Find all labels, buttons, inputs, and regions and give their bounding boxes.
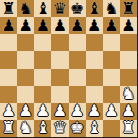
square-b4[interactable]	[17, 69, 34, 86]
square-e7[interactable]: ♟	[69, 17, 86, 34]
square-c5[interactable]	[34, 51, 51, 68]
square-a3[interactable]	[0, 86, 17, 103]
piece-white-pawn[interactable]: ♟	[53, 103, 67, 119]
square-a1[interactable]: ♜	[0, 120, 17, 137]
square-b8[interactable]: ♞	[17, 0, 34, 17]
piece-black-pawn[interactable]: ♟	[104, 18, 118, 34]
piece-white-pawn[interactable]: ♟	[1, 103, 15, 119]
piece-white-pawn[interactable]: ♟	[121, 103, 135, 119]
piece-black-rook[interactable]: ♜	[1, 1, 15, 17]
square-c8[interactable]: ♝	[34, 0, 51, 17]
square-c2[interactable]: ♟	[34, 103, 51, 120]
square-d5[interactable]	[51, 51, 68, 68]
piece-black-pawn[interactable]: ♟	[87, 18, 101, 34]
square-d6[interactable]	[51, 34, 68, 51]
square-h2[interactable]: ♟	[120, 103, 137, 120]
piece-black-pawn[interactable]: ♟	[70, 18, 84, 34]
square-b2[interactable]: ♟	[17, 103, 34, 120]
piece-black-pawn[interactable]: ♟	[53, 18, 67, 34]
square-f1[interactable]: ♝	[86, 120, 103, 137]
piece-white-rook[interactable]: ♜	[121, 120, 135, 136]
square-g5[interactable]	[103, 51, 120, 68]
square-d3[interactable]	[51, 86, 68, 103]
square-g6[interactable]	[103, 34, 120, 51]
square-a6[interactable]	[0, 34, 17, 51]
chess-board: ♜♞♝♛♚♝♞♜♟♟♟♟♟♟♟♟♞♟♟♟♟♟♟♟♟♜♞♝♛♚♝♜	[0, 0, 138, 138]
piece-white-bishop[interactable]: ♝	[87, 120, 101, 136]
piece-white-pawn[interactable]: ♟	[36, 103, 50, 119]
square-d8[interactable]: ♛	[51, 0, 68, 17]
piece-black-bishop[interactable]: ♝	[87, 1, 101, 17]
piece-black-pawn[interactable]: ♟	[19, 18, 33, 34]
square-d4[interactable]	[51, 69, 68, 86]
square-a2[interactable]: ♟	[0, 103, 17, 120]
square-f8[interactable]: ♝	[86, 0, 103, 17]
square-a5[interactable]	[0, 51, 17, 68]
square-f2[interactable]: ♟	[86, 103, 103, 120]
square-f5[interactable]	[86, 51, 103, 68]
square-h5[interactable]	[120, 51, 137, 68]
square-g3[interactable]	[103, 86, 120, 103]
piece-black-knight[interactable]: ♞	[104, 1, 118, 17]
piece-black-queen[interactable]: ♛	[53, 1, 67, 17]
piece-black-knight[interactable]: ♞	[19, 1, 33, 17]
piece-black-rook[interactable]: ♜	[121, 1, 135, 17]
square-h8[interactable]: ♜	[120, 0, 137, 17]
piece-white-pawn[interactable]: ♟	[104, 103, 118, 119]
square-b1[interactable]: ♞	[17, 120, 34, 137]
square-d7[interactable]: ♟	[51, 17, 68, 34]
piece-white-pawn[interactable]: ♟	[70, 103, 84, 119]
square-h3[interactable]: ♞	[120, 86, 137, 103]
piece-white-bishop[interactable]: ♝	[36, 120, 50, 136]
square-c6[interactable]	[34, 34, 51, 51]
square-b7[interactable]: ♟	[17, 17, 34, 34]
square-e1[interactable]: ♚	[69, 120, 86, 137]
square-e4[interactable]	[69, 69, 86, 86]
piece-black-king[interactable]: ♚	[70, 1, 84, 17]
square-c7[interactable]: ♟	[34, 17, 51, 34]
piece-black-pawn[interactable]: ♟	[1, 18, 15, 34]
square-g8[interactable]: ♞	[103, 0, 120, 17]
piece-white-knight[interactable]: ♞	[121, 86, 135, 102]
square-e3[interactable]	[69, 86, 86, 103]
square-h1[interactable]: ♜	[120, 120, 137, 137]
square-b6[interactable]	[17, 34, 34, 51]
square-c1[interactable]: ♝	[34, 120, 51, 137]
square-e5[interactable]	[69, 51, 86, 68]
square-h7[interactable]: ♟	[120, 17, 137, 34]
piece-white-king[interactable]: ♚	[70, 120, 84, 136]
piece-white-rook[interactable]: ♜	[1, 120, 15, 136]
square-g1[interactable]	[103, 120, 120, 137]
square-a7[interactable]: ♟	[0, 17, 17, 34]
square-e8[interactable]: ♚	[69, 0, 86, 17]
square-b3[interactable]	[17, 86, 34, 103]
square-e2[interactable]: ♟	[69, 103, 86, 120]
piece-white-pawn[interactable]: ♟	[19, 103, 33, 119]
square-f7[interactable]: ♟	[86, 17, 103, 34]
square-f6[interactable]	[86, 34, 103, 51]
square-d2[interactable]: ♟	[51, 103, 68, 120]
square-g4[interactable]	[103, 69, 120, 86]
square-f4[interactable]	[86, 69, 103, 86]
piece-black-pawn[interactable]: ♟	[121, 18, 135, 34]
square-g7[interactable]: ♟	[103, 17, 120, 34]
piece-black-pawn[interactable]: ♟	[36, 18, 50, 34]
square-d1[interactable]: ♛	[51, 120, 68, 137]
square-g2[interactable]: ♟	[103, 103, 120, 120]
square-c3[interactable]	[34, 86, 51, 103]
square-e6[interactable]	[69, 34, 86, 51]
piece-black-bishop[interactable]: ♝	[36, 1, 50, 17]
piece-white-queen[interactable]: ♛	[53, 120, 67, 136]
square-h4[interactable]	[120, 69, 137, 86]
piece-white-pawn[interactable]: ♟	[87, 103, 101, 119]
piece-white-knight[interactable]: ♞	[19, 120, 33, 136]
square-h6[interactable]	[120, 34, 137, 51]
square-a4[interactable]	[0, 69, 17, 86]
square-f3[interactable]	[86, 86, 103, 103]
square-a8[interactable]: ♜	[0, 0, 17, 17]
square-b5[interactable]	[17, 51, 34, 68]
square-c4[interactable]	[34, 69, 51, 86]
